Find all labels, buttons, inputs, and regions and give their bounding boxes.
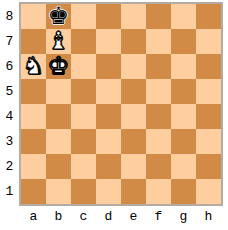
square-h1[interactable]: [196, 179, 221, 204]
square-g2[interactable]: [171, 154, 196, 179]
file-labels-row: abcdefgh: [19, 206, 223, 230]
file-label-a: a: [21, 209, 46, 230]
square-e3[interactable]: [121, 129, 146, 154]
square-c3[interactable]: [71, 129, 96, 154]
square-h5[interactable]: [196, 79, 221, 104]
square-d3[interactable]: [96, 129, 121, 154]
square-b1[interactable]: [46, 179, 71, 204]
white-knight-a6[interactable]: ♞: [21, 54, 46, 79]
square-d4[interactable]: [96, 104, 121, 129]
square-f6[interactable]: [146, 54, 171, 79]
square-a7[interactable]: [21, 29, 46, 54]
square-c4[interactable]: [71, 104, 96, 129]
square-h2[interactable]: [196, 154, 221, 179]
square-c5[interactable]: [71, 79, 96, 104]
square-a3[interactable]: [21, 129, 46, 154]
square-h8[interactable]: [196, 4, 221, 29]
square-b3[interactable]: [46, 129, 71, 154]
square-f2[interactable]: [146, 154, 171, 179]
square-g4[interactable]: [171, 104, 196, 129]
square-b4[interactable]: [46, 104, 71, 129]
square-g6[interactable]: [171, 54, 196, 79]
square-c7[interactable]: [71, 29, 96, 54]
square-d8[interactable]: [96, 4, 121, 29]
chess-diagram: 87654321 ♚♝♞♚ abcdefgh: [0, 0, 228, 230]
square-d2[interactable]: [96, 154, 121, 179]
square-d5[interactable]: [96, 79, 121, 104]
square-e1[interactable]: [121, 179, 146, 204]
rank-label-7: 7: [0, 29, 19, 54]
square-a5[interactable]: [21, 79, 46, 104]
rank-label-2: 2: [0, 154, 19, 179]
file-label-h: h: [196, 209, 221, 230]
square-b7[interactable]: ♝: [46, 29, 71, 54]
square-d6[interactable]: [96, 54, 121, 79]
square-g1[interactable]: [171, 179, 196, 204]
square-b2[interactable]: [46, 154, 71, 179]
square-a1[interactable]: [21, 179, 46, 204]
file-label-e: e: [121, 209, 146, 230]
white-bishop-b7[interactable]: ♝: [46, 29, 71, 54]
rank-label-3: 3: [0, 129, 19, 154]
square-a6[interactable]: ♞: [21, 54, 46, 79]
square-a2[interactable]: [21, 154, 46, 179]
rank-label-6: 6: [0, 54, 19, 79]
square-c2[interactable]: [71, 154, 96, 179]
square-c1[interactable]: [71, 179, 96, 204]
rank-label-5: 5: [0, 79, 19, 104]
white-king-b6[interactable]: ♚: [46, 54, 71, 79]
square-c6[interactable]: [71, 54, 96, 79]
square-e2[interactable]: [121, 154, 146, 179]
square-e7[interactable]: [121, 29, 146, 54]
square-b5[interactable]: [46, 79, 71, 104]
square-e6[interactable]: [121, 54, 146, 79]
square-a8[interactable]: [21, 4, 46, 29]
square-f1[interactable]: [146, 179, 171, 204]
square-g3[interactable]: [171, 129, 196, 154]
rank-label-4: 4: [0, 104, 19, 129]
square-g7[interactable]: [171, 29, 196, 54]
square-d7[interactable]: [96, 29, 121, 54]
file-label-b: b: [46, 209, 71, 230]
rank-labels-column: 87654321: [0, 2, 19, 206]
square-f8[interactable]: [146, 4, 171, 29]
diagram-layout: 87654321 ♚♝♞♚ abcdefgh: [0, 2, 228, 230]
square-h6[interactable]: [196, 54, 221, 79]
square-h7[interactable]: [196, 29, 221, 54]
square-h4[interactable]: [196, 104, 221, 129]
file-label-g: g: [171, 209, 196, 230]
square-g5[interactable]: [171, 79, 196, 104]
square-f3[interactable]: [146, 129, 171, 154]
square-f5[interactable]: [146, 79, 171, 104]
square-f7[interactable]: [146, 29, 171, 54]
square-e4[interactable]: [121, 104, 146, 129]
square-b8[interactable]: ♚: [46, 4, 71, 29]
file-label-d: d: [96, 209, 121, 230]
square-e8[interactable]: [121, 4, 146, 29]
rank-label-8: 8: [0, 4, 19, 29]
chess-board: ♚♝♞♚: [19, 2, 223, 206]
black-king-b8[interactable]: ♚: [46, 4, 71, 29]
square-f4[interactable]: [146, 104, 171, 129]
rank-label-1: 1: [0, 179, 19, 204]
square-g8[interactable]: [171, 4, 196, 29]
file-label-c: c: [71, 209, 96, 230]
square-c8[interactable]: [71, 4, 96, 29]
square-b6[interactable]: ♚: [46, 54, 71, 79]
square-h3[interactable]: [196, 129, 221, 154]
square-a4[interactable]: [21, 104, 46, 129]
square-e5[interactable]: [121, 79, 146, 104]
square-d1[interactable]: [96, 179, 121, 204]
file-label-f: f: [146, 209, 171, 230]
